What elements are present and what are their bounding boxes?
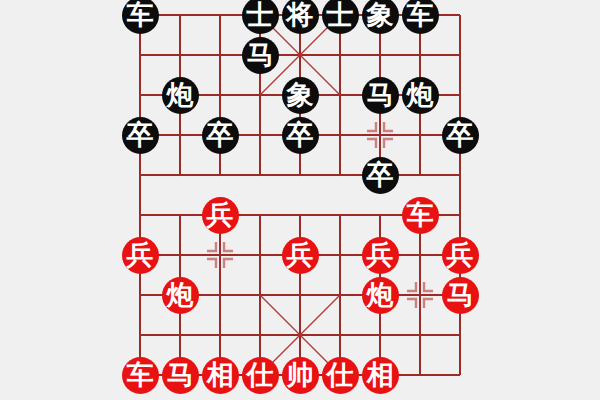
board-point-f3r9[interactable]: 仕: [240, 355, 280, 395]
board-point-f2r2[interactable]: [200, 75, 240, 115]
board-point-f4r8[interactable]: [280, 315, 320, 355]
board-point-f0r5[interactable]: [120, 195, 160, 235]
xiangqi-app: 车士将士象车马炮象马炮卒卒卒卒卒兵车兵兵兵兵炮炮马车马相仕帅仕相: [0, 0, 600, 400]
board-point-f6r9[interactable]: 相: [360, 355, 400, 395]
board-point-f4r7[interactable]: [280, 275, 320, 315]
board-point-f3r6[interactable]: [240, 235, 280, 275]
board-point-f7r0[interactable]: 车: [400, 0, 440, 35]
piece-red-advisor[interactable]: 仕: [242, 357, 279, 394]
piece-red-cannon[interactable]: 炮: [362, 277, 399, 314]
board-point-f8r6[interactable]: 兵: [440, 235, 480, 275]
piece-black-cannon[interactable]: 炮: [402, 77, 439, 114]
board-point-f2r3[interactable]: 卒: [200, 115, 240, 155]
board-point-f8r9[interactable]: [440, 355, 480, 395]
board-point-f0r0[interactable]: 车: [120, 0, 160, 35]
board-point-f1r6[interactable]: [160, 235, 200, 275]
piece-red-chariot[interactable]: 车: [402, 197, 439, 234]
board-point-f8r1[interactable]: [440, 35, 480, 75]
board-point-f2r1[interactable]: [200, 35, 240, 75]
board-point-f2r0[interactable]: [200, 0, 240, 35]
board-point-f4r6[interactable]: 兵: [280, 235, 320, 275]
board-point-f6r3[interactable]: [360, 115, 400, 155]
board-point-f4r1[interactable]: [280, 35, 320, 75]
board-point-f0r1[interactable]: [120, 35, 160, 75]
board-point-f3r8[interactable]: [240, 315, 280, 355]
board-point-f6r7[interactable]: 炮: [360, 275, 400, 315]
board-point-f8r0[interactable]: [440, 0, 480, 35]
board-point-f6r0[interactable]: 象: [360, 0, 400, 35]
piece-black-horse[interactable]: 马: [242, 37, 279, 74]
board-point-f8r5[interactable]: [440, 195, 480, 235]
board-point-f5r3[interactable]: [320, 115, 360, 155]
board-point-f0r9[interactable]: 车: [120, 355, 160, 395]
board-point-f4r3[interactable]: 卒: [280, 115, 320, 155]
board-point-f7r8[interactable]: [400, 315, 440, 355]
piece-red-elephant[interactable]: 相: [362, 357, 399, 394]
xiangqi-board: 车士将士象车马炮象马炮卒卒卒卒卒兵车兵兵兵兵炮炮马车马相仕帅仕相: [120, 0, 480, 395]
board-point-f7r3[interactable]: [400, 115, 440, 155]
board-point-f2r4[interactable]: [200, 155, 240, 195]
board-point-f7r7[interactable]: [400, 275, 440, 315]
piece-red-cannon[interactable]: 炮: [162, 277, 199, 314]
board-point-f3r5[interactable]: [240, 195, 280, 235]
board-point-f3r4[interactable]: [240, 155, 280, 195]
piece-black-soldier[interactable]: 卒: [282, 117, 319, 154]
board-point-f1r5[interactable]: [160, 195, 200, 235]
piece-red-soldier[interactable]: 兵: [442, 237, 479, 274]
board-point-f8r7[interactable]: 马: [440, 275, 480, 315]
board-point-f4r2[interactable]: 象: [280, 75, 320, 115]
board-point-f8r4[interactable]: [440, 155, 480, 195]
board-point-f3r1[interactable]: 马: [240, 35, 280, 75]
board-point-f1r7[interactable]: 炮: [160, 275, 200, 315]
board-point-f5r5[interactable]: [320, 195, 360, 235]
piece-black-cannon[interactable]: 炮: [162, 77, 199, 114]
board-point-f6r1[interactable]: [360, 35, 400, 75]
board-point-f2r5[interactable]: 兵: [200, 195, 240, 235]
piece-red-soldier[interactable]: 兵: [122, 237, 159, 274]
piece-black-elephant[interactable]: 象: [282, 77, 319, 114]
board-point-f6r5[interactable]: [360, 195, 400, 235]
board-point-f3r2[interactable]: [240, 75, 280, 115]
piece-red-chariot[interactable]: 车: [122, 357, 159, 394]
piece-red-elephant[interactable]: 相: [202, 357, 239, 394]
board-point-f7r4[interactable]: [400, 155, 440, 195]
board-point-f6r8[interactable]: [360, 315, 400, 355]
board-point-f0r7[interactable]: [120, 275, 160, 315]
board-point-f7r2[interactable]: 炮: [400, 75, 440, 115]
board-point-f2r6[interactable]: [200, 235, 240, 275]
piece-black-chariot[interactable]: 车: [122, 0, 159, 34]
piece-red-soldier[interactable]: 兵: [202, 197, 239, 234]
board-point-f1r0[interactable]: [160, 0, 200, 35]
piece-black-horse[interactable]: 马: [362, 77, 399, 114]
piece-black-soldier[interactable]: 卒: [362, 157, 399, 194]
board-point-f8r3[interactable]: 卒: [440, 115, 480, 155]
piece-red-advisor[interactable]: 仕: [322, 357, 359, 394]
piece-black-advisor[interactable]: 士: [242, 0, 279, 34]
board-point-f7r5[interactable]: 车: [400, 195, 440, 235]
board-point-f7r1[interactable]: [400, 35, 440, 75]
board-point-f2r8[interactable]: [200, 315, 240, 355]
piece-black-chariot[interactable]: 车: [402, 0, 439, 34]
piece-black-elephant[interactable]: 象: [362, 0, 399, 34]
board-point-f4r4[interactable]: [280, 155, 320, 195]
board-point-f1r1[interactable]: [160, 35, 200, 75]
board-point-f6r6[interactable]: 兵: [360, 235, 400, 275]
piece-black-general[interactable]: 将: [282, 0, 319, 34]
board-point-f1r4[interactable]: [160, 155, 200, 195]
board-point-f1r8[interactable]: [160, 315, 200, 355]
board-point-f3r7[interactable]: [240, 275, 280, 315]
piece-black-advisor[interactable]: 士: [322, 0, 359, 34]
board-point-f4r5[interactable]: [280, 195, 320, 235]
board-point-f7r9[interactable]: [400, 355, 440, 395]
board-point-f2r7[interactable]: [200, 275, 240, 315]
piece-black-soldier[interactable]: 卒: [202, 117, 239, 154]
board-point-f5r4[interactable]: [320, 155, 360, 195]
board-point-f0r2[interactable]: [120, 75, 160, 115]
board-point-f4r0[interactable]: 将: [280, 0, 320, 35]
board-point-f1r2[interactable]: 炮: [160, 75, 200, 115]
board-point-f4r9[interactable]: 帅: [280, 355, 320, 395]
piece-black-soldier[interactable]: 卒: [442, 117, 479, 154]
board-point-f0r3[interactable]: 卒: [120, 115, 160, 155]
board-point-f8r2[interactable]: [440, 75, 480, 115]
board-point-f6r4[interactable]: 卒: [360, 155, 400, 195]
board-point-f5r9[interactable]: 仕: [320, 355, 360, 395]
board-point-f6r2[interactable]: 马: [360, 75, 400, 115]
piece-red-horse[interactable]: 马: [162, 357, 199, 394]
board-point-f0r4[interactable]: [120, 155, 160, 195]
piece-red-soldier[interactable]: 兵: [282, 237, 319, 274]
piece-red-soldier[interactable]: 兵: [362, 237, 399, 274]
board-point-f3r3[interactable]: [240, 115, 280, 155]
board-point-f5r7[interactable]: [320, 275, 360, 315]
board-point-f5r0[interactable]: 士: [320, 0, 360, 35]
board-point-f1r9[interactable]: 马: [160, 355, 200, 395]
board-point-f5r2[interactable]: [320, 75, 360, 115]
piece-red-general[interactable]: 帅: [282, 357, 319, 394]
board-point-f0r8[interactable]: [120, 315, 160, 355]
board-point-f5r8[interactable]: [320, 315, 360, 355]
board-point-f5r1[interactable]: [320, 35, 360, 75]
board-point-f3r0[interactable]: 士: [240, 0, 280, 35]
board-point-f1r3[interactable]: [160, 115, 200, 155]
piece-black-soldier[interactable]: 卒: [122, 117, 159, 154]
board-point-f8r8[interactable]: [440, 315, 480, 355]
board-point-f0r6[interactable]: 兵: [120, 235, 160, 275]
piece-red-horse[interactable]: 马: [442, 277, 479, 314]
board-point-f2r9[interactable]: 相: [200, 355, 240, 395]
board-point-f7r6[interactable]: [400, 235, 440, 275]
board-point-f5r6[interactable]: [320, 235, 360, 275]
